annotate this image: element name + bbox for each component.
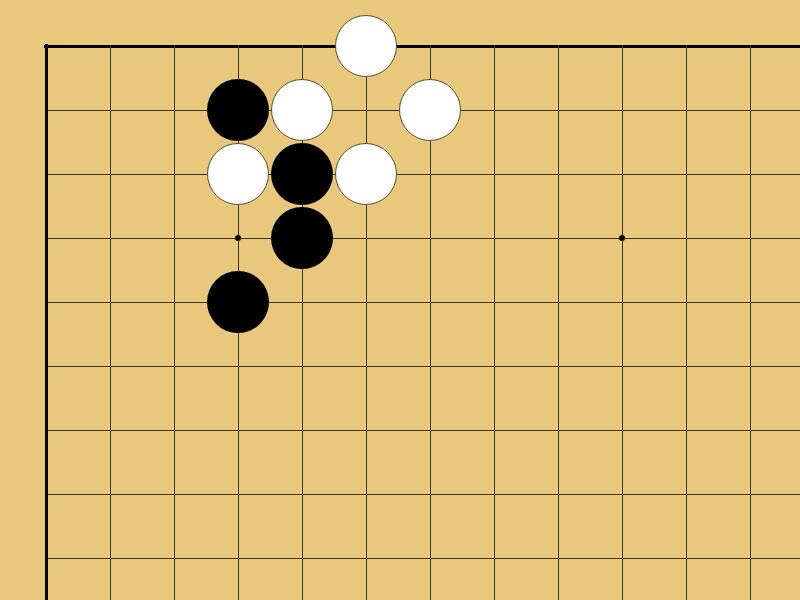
stone-black-e17: ● [271, 143, 333, 205]
stone-white-f19: ○ [335, 15, 397, 77]
stone-white-f17: ○ [335, 143, 397, 205]
stone-black-e16: ● [271, 207, 333, 269]
stone-black-d18: ● [207, 79, 269, 141]
stone-white-e18: ○ [271, 79, 333, 141]
go-board: ○●○○○●○●● [0, 0, 800, 600]
stone-black-d15: ● [207, 271, 269, 333]
stones-grid: ○●○○○●○●● [14, 14, 782, 590]
stone-white-d17: ○ [207, 143, 269, 205]
stone-white-g18: ○ [399, 79, 461, 141]
